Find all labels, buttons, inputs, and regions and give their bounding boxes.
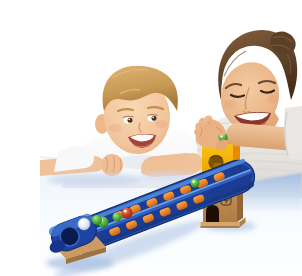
- eye-glint: [128, 119, 130, 121]
- product-photo: [40, 16, 302, 276]
- glint: [80, 220, 83, 223]
- marble-green-mid: [113, 213, 122, 222]
- marble-green-end: [92, 215, 102, 225]
- marble-green-top: [191, 179, 200, 188]
- glint: [124, 210, 127, 213]
- boy-left-fist: [101, 154, 123, 176]
- photo-canvas: [40, 16, 302, 276]
- boy-right-hand: [183, 153, 203, 173]
- woman-cheek-left: [224, 100, 236, 108]
- woman-cheek-right: [267, 95, 279, 103]
- marble-red: [122, 208, 133, 219]
- eye-glint: [152, 117, 154, 119]
- boy-cheek-right: [155, 120, 167, 128]
- arm-shadow: [47, 174, 143, 186]
- boy-left-iris: [128, 118, 133, 123]
- wood-base-edge: [201, 226, 240, 228]
- glint: [192, 180, 194, 182]
- marble-clear: [78, 218, 90, 230]
- boy-right-iris: [152, 116, 157, 121]
- boy-cheek-left: [109, 124, 122, 132]
- arch-opening: [206, 205, 219, 222]
